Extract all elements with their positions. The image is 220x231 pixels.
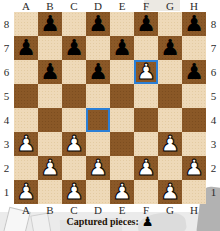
square-a7[interactable]: ♟ [14, 36, 38, 60]
square-g7[interactable]: ♟ [158, 36, 182, 60]
square-g4[interactable] [158, 108, 182, 132]
rank-label-right-2: 2 [207, 156, 220, 180]
square-e8[interactable] [110, 12, 134, 36]
white-pawn: ♟ [110, 180, 134, 204]
square-d4[interactable] [86, 108, 110, 132]
white-pawn: ♟ [182, 156, 206, 180]
rank-label-right-6: 6 [207, 60, 220, 84]
white-pawn: ♟ [62, 132, 86, 156]
file-label-top-b: B [38, 0, 62, 12]
square-a8[interactable] [14, 12, 38, 36]
black-pawn: ♟ [14, 36, 38, 60]
file-label-top-f: F [134, 0, 158, 12]
square-c7[interactable]: ♟ [62, 36, 86, 60]
black-pawn: ♟ [38, 60, 62, 84]
rank-label-right-3: 3 [207, 132, 220, 156]
square-d6[interactable]: ♟ [86, 60, 110, 84]
square-g8[interactable] [158, 12, 182, 36]
square-e3[interactable] [110, 132, 134, 156]
black-pawn: ♟ [134, 12, 158, 36]
square-d8[interactable]: ♟ [86, 12, 110, 36]
white-pawn: ♟ [134, 60, 158, 84]
square-c8[interactable] [62, 12, 86, 36]
square-f3[interactable] [134, 132, 158, 156]
square-h4[interactable] [182, 108, 206, 132]
square-c6[interactable] [62, 60, 86, 84]
square-a2[interactable] [14, 156, 38, 180]
captured-pieces-label: Captured pieces: [67, 216, 139, 227]
square-d3[interactable] [86, 132, 110, 156]
rank-label-left-6: 6 [0, 60, 13, 84]
square-f8[interactable]: ♟ [134, 12, 158, 36]
file-label-top-d: D [86, 0, 110, 12]
captured-black-pawn: ♟ [142, 214, 154, 229]
square-b2[interactable]: ♟ [38, 156, 62, 180]
square-a1[interactable]: ♟ [14, 180, 38, 204]
captured-pieces-bar: Captured pieces:♟ [14, 214, 206, 229]
square-h2[interactable]: ♟ [182, 156, 206, 180]
white-pawn: ♟ [158, 132, 182, 156]
square-f5[interactable] [134, 84, 158, 108]
rank-label-left-2: 2 [0, 156, 13, 180]
rank-label-left-4: 4 [0, 108, 13, 132]
square-c3[interactable]: ♟ [62, 132, 86, 156]
square-g2[interactable] [158, 156, 182, 180]
square-f7[interactable] [134, 36, 158, 60]
square-a6[interactable] [14, 60, 38, 84]
white-pawn: ♟ [14, 180, 38, 204]
square-a3[interactable]: ♟ [14, 132, 38, 156]
square-d5[interactable] [86, 84, 110, 108]
square-f1[interactable] [134, 180, 158, 204]
square-h1[interactable] [182, 180, 206, 204]
rank-label-right-7: 7 [207, 36, 220, 60]
chess-board: ♟♟♟♟♟♟♟♟♟♟♟♟♟♟♟♟♟♟♟♟♟♟♟ [14, 12, 206, 204]
black-pawn: ♟ [110, 36, 134, 60]
black-pawn: ♟ [158, 36, 182, 60]
black-pawn: ♟ [86, 60, 110, 84]
square-b3[interactable] [38, 132, 62, 156]
file-label-top-a: A [14, 0, 38, 12]
rank-label-left-3: 3 [0, 132, 13, 156]
black-pawn: ♟ [182, 12, 206, 36]
file-labels-top: ABCDEFGH [14, 0, 206, 12]
rank-label-left-8: 8 [0, 12, 13, 36]
square-h8[interactable]: ♟ [182, 12, 206, 36]
square-c4[interactable] [62, 108, 86, 132]
square-b6[interactable]: ♟ [38, 60, 62, 84]
square-d7[interactable] [86, 36, 110, 60]
rank-label-left-1: 1 [0, 180, 13, 204]
square-e2[interactable] [110, 156, 134, 180]
square-e4[interactable] [110, 108, 134, 132]
rank-label-left-5: 5 [0, 84, 13, 108]
square-h5[interactable] [182, 84, 206, 108]
square-e6[interactable] [110, 60, 134, 84]
square-h7[interactable] [182, 36, 206, 60]
rank-labels-right: 87654321 [207, 12, 220, 204]
square-h3[interactable] [182, 132, 206, 156]
square-h6[interactable]: ♟ [182, 60, 206, 84]
square-f6[interactable]: ♟ [134, 60, 158, 84]
white-pawn: ♟ [86, 156, 110, 180]
square-g3[interactable]: ♟ [158, 132, 182, 156]
square-c2[interactable] [62, 156, 86, 180]
square-a4[interactable] [14, 108, 38, 132]
white-pawn: ♟ [38, 156, 62, 180]
white-pawn: ♟ [14, 132, 38, 156]
square-e5[interactable] [110, 84, 134, 108]
square-a5[interactable] [14, 84, 38, 108]
rank-label-right-5: 5 [207, 84, 220, 108]
square-d2[interactable]: ♟ [86, 156, 110, 180]
square-b5[interactable] [38, 84, 62, 108]
file-label-top-e: E [110, 0, 134, 12]
file-label-top-c: C [62, 0, 86, 12]
rank-labels-left: 87654321 [0, 12, 13, 204]
rank-label-right-1: 1 [207, 180, 220, 204]
square-b8[interactable]: ♟ [38, 12, 62, 36]
square-d1[interactable] [86, 180, 110, 204]
black-pawn: ♟ [86, 12, 110, 36]
file-label-top-h: H [182, 0, 206, 12]
square-c1[interactable]: ♟ [62, 180, 86, 204]
rank-label-left-7: 7 [0, 36, 13, 60]
rank-label-right-8: 8 [207, 12, 220, 36]
black-pawn: ♟ [38, 12, 62, 36]
square-f2[interactable]: ♟ [134, 156, 158, 180]
captured-pieces-tray: ♟ [139, 216, 154, 227]
square-b7[interactable] [38, 36, 62, 60]
square-e7[interactable]: ♟ [110, 36, 134, 60]
rank-label-right-4: 4 [207, 108, 220, 132]
white-pawn: ♟ [62, 180, 86, 204]
square-c5[interactable] [62, 84, 86, 108]
square-b1[interactable] [38, 180, 62, 204]
square-e1[interactable]: ♟ [110, 180, 134, 204]
white-pawn: ♟ [134, 156, 158, 180]
square-g5[interactable] [158, 84, 182, 108]
square-f4[interactable] [134, 108, 158, 132]
black-pawn: ♟ [182, 60, 206, 84]
square-g1[interactable]: ♟ [158, 180, 182, 204]
square-b4[interactable] [38, 108, 62, 132]
file-label-top-g: G [158, 0, 182, 12]
black-pawn: ♟ [62, 36, 86, 60]
square-g6[interactable] [158, 60, 182, 84]
white-pawn: ♟ [158, 180, 182, 204]
